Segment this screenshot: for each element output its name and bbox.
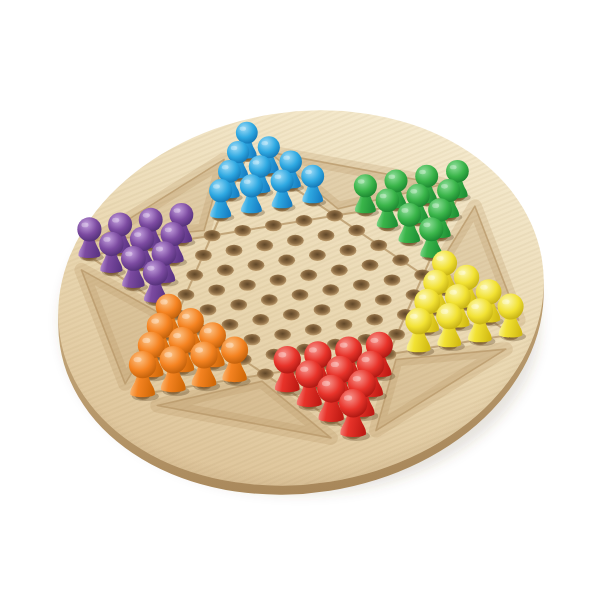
hole-r6c10[interactable] [248, 260, 265, 271]
hole-r6c12[interactable] [278, 255, 295, 266]
hole-r5c11[interactable] [256, 240, 273, 251]
hole-r7c19[interactable] [392, 255, 409, 266]
hole-r7c9[interactable] [239, 279, 256, 290]
hole-r5c13[interactable] [287, 235, 304, 246]
hole-r4c10[interactable] [234, 225, 251, 236]
hole-r5c9[interactable] [226, 245, 243, 256]
hole-r4c8[interactable] [204, 230, 221, 241]
board-photo-svg [0, 0, 600, 600]
hole-r6c6[interactable] [186, 270, 203, 281]
hole-r9c11[interactable] [283, 309, 300, 320]
hole-r8c14[interactable] [322, 284, 339, 295]
hole-r6c18[interactable] [370, 240, 387, 251]
hole-r8c12[interactable] [292, 289, 309, 300]
hole-r5c7[interactable] [195, 250, 212, 261]
hole-r5c17[interactable] [348, 225, 365, 236]
photo-stage [0, 0, 600, 600]
hole-r6c16[interactable] [340, 245, 357, 256]
chinese-checkers-board [0, 0, 600, 600]
hole-r8c10[interactable] [261, 294, 278, 305]
hole-r7c11[interactable] [270, 274, 287, 285]
hole-r4c16[interactable] [326, 210, 343, 221]
hole-r7c17[interactable] [362, 260, 379, 271]
hole-r7c13[interactable] [300, 270, 317, 281]
hole-r8c6[interactable] [200, 304, 217, 315]
hole-r4c14[interactable] [296, 215, 313, 226]
hole-r8c8[interactable] [230, 299, 247, 310]
hole-r7c5[interactable] [178, 289, 195, 300]
hole-r5c15[interactable] [318, 230, 335, 241]
hole-r9c7[interactable] [222, 319, 239, 330]
hole-r12c8[interactable] [257, 369, 274, 380]
hole-r9c15[interactable] [344, 299, 361, 310]
hole-r8c16[interactable] [353, 279, 370, 290]
hole-r10c16[interactable] [366, 314, 383, 325]
hole-r9c9[interactable] [252, 314, 269, 325]
hole-r6c8[interactable] [217, 265, 234, 276]
hole-r4c12[interactable] [265, 220, 282, 231]
hole-r10c14[interactable] [336, 319, 353, 330]
hole-r8c18[interactable] [384, 274, 401, 285]
hole-r7c15[interactable] [331, 265, 348, 276]
hole-r10c12[interactable] [305, 324, 322, 335]
hole-r10c10[interactable] [274, 329, 291, 340]
hole-r6c14[interactable] [309, 250, 326, 261]
hole-r7c7[interactable] [208, 284, 225, 295]
hole-r9c13[interactable] [314, 304, 331, 315]
hole-r9c17[interactable] [375, 294, 392, 305]
